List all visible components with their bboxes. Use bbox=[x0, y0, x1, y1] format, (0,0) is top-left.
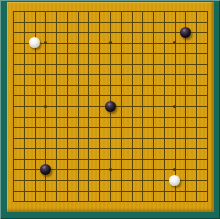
black-stone-D4[interactable] bbox=[40, 164, 51, 175]
hoshi-point bbox=[44, 105, 47, 108]
hoshi-point bbox=[173, 41, 176, 44]
board-intersection-grid[interactable] bbox=[8, 6, 213, 206]
hoshi-point bbox=[173, 105, 176, 108]
hoshi-point bbox=[173, 168, 176, 171]
black-stone-R17[interactable] bbox=[180, 27, 191, 38]
black-stone-K10[interactable] bbox=[105, 101, 116, 112]
white-stone-C16[interactable] bbox=[29, 37, 40, 48]
white-stone-Q3[interactable] bbox=[169, 175, 180, 186]
hoshi-point bbox=[109, 41, 112, 44]
go-board bbox=[7, 2, 214, 212]
go-app-window bbox=[0, 0, 220, 219]
hoshi-point bbox=[109, 168, 112, 171]
board-frame bbox=[0, 0, 220, 219]
hoshi-point bbox=[44, 41, 47, 44]
